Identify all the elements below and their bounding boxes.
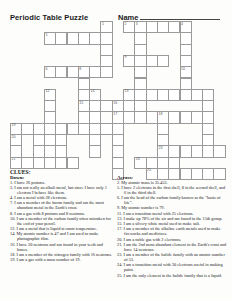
page-title: Periodic Table Puzzle (10, 13, 88, 22)
crossword-cell[interactable] (89, 145, 101, 157)
clue-item-text: I am a member of the carbon family often… (16, 216, 111, 226)
crossword-cell[interactable] (134, 78, 146, 90)
clue-item-number: 16. (10, 242, 15, 247)
clue-item-number: 10. (10, 216, 15, 221)
clue-item-number: 11. (117, 211, 122, 216)
clue-item-number: 19. (10, 257, 15, 262)
clue-item-number: 12. (10, 226, 15, 231)
crossword-cell[interactable] (100, 66, 112, 78)
clue-item-text: I make up 78% of the air and am found in… (123, 216, 222, 221)
clue-item-number: 3. (10, 185, 13, 190)
clue-item-text: I am a noble gas with 2 electrons. (123, 237, 181, 242)
clue-number: 18 (158, 112, 162, 116)
clue-item-number: 13. (117, 216, 122, 221)
clue-item-text: I am a member of the nitrogen family wit… (16, 252, 112, 257)
clue-number: 10 (181, 67, 185, 71)
crossword-cell[interactable] (213, 145, 225, 157)
crossword-cell[interactable] (202, 134, 214, 146)
clue-item-text: I am a member of the halide family with … (123, 252, 225, 262)
clue-number: 15 (79, 101, 83, 105)
clue-item-number: 18. (10, 252, 15, 257)
clue-number: 12 (45, 89, 49, 93)
clue-item-number: 20. (117, 237, 122, 242)
clues-across-column: Across: 2.My atomic mass is 35.453.5.I h… (117, 175, 227, 279)
clue-number: 16 (113, 101, 117, 105)
crossword-cell[interactable] (157, 55, 169, 67)
crossword-cell[interactable] (67, 157, 79, 169)
clue-number: 17 (113, 112, 117, 116)
clue-item-text: I am a metal with 28 electrons. (14, 195, 67, 200)
clue-item-text: My atomic number is 79. (121, 205, 164, 210)
clue-item-text: My atomic number is 47 and I am used to … (16, 231, 98, 241)
clue-item-number: 6. (117, 195, 120, 200)
clue-item-text: I am a silvery white metal used to make … (123, 221, 200, 226)
clue-number: 20 (12, 135, 16, 139)
clue-item-text: I have 2 electrons in the first shell, 8… (121, 185, 225, 195)
clue-number: 23 (158, 146, 162, 150)
crossword-cell[interactable] (55, 145, 67, 157)
down-clue-list: 1.I have 26 protons.3.I am not really an… (10, 181, 114, 263)
clue-number: 24 (136, 157, 140, 161)
clue-number: 19 (12, 123, 16, 127)
clue-item-number: 1. (10, 180, 13, 185)
clue-item: 19.I am a gas with a mass number of 19. (10, 258, 114, 263)
worksheet: Periodic Table Puzzle Name 2345968131516… (0, 0, 232, 300)
crossword-cell[interactable] (33, 145, 45, 157)
clue-item-number: 21. (117, 242, 122, 247)
crossword-cell[interactable] (157, 134, 169, 146)
clue-number: 5 (45, 33, 47, 37)
crossword-cell[interactable] (44, 111, 56, 123)
clue-item-text: My atomic mass is 35.453. (121, 180, 167, 185)
crossword-cell[interactable] (202, 100, 214, 112)
clue-item: 25.I am the only element in the halide f… (117, 274, 227, 279)
clue-item-number: 9. (117, 205, 120, 210)
clue-item-text: I am the 2nd most abundant element in th… (123, 242, 226, 252)
clue-item-text: I am a transition metal with 25 electron… (123, 211, 193, 216)
clue-number: 1 (102, 22, 104, 26)
clue-item-number: 2. (117, 180, 120, 185)
clue-item-number: 14. (10, 231, 15, 236)
clue-item-number: 15. (117, 221, 122, 226)
crossword-cell[interactable] (10, 145, 22, 157)
crossword-cell[interactable]: 14 (89, 89, 101, 101)
clue-number: 4 (181, 22, 183, 26)
clue-item-number: 7. (10, 200, 13, 205)
crossword-cell[interactable] (180, 78, 192, 90)
clue-item-text: I have 26 protons. (14, 180, 45, 185)
crossword-cell[interactable]: 1 (100, 21, 112, 33)
clue-number: 8 (79, 67, 81, 71)
clue-item-text: I am the head of the carbon family known… (121, 195, 220, 205)
clue-number: 21 (12, 157, 16, 161)
clue-item-text: I am not really an alkali metal, but sin… (14, 185, 107, 195)
clue-item-number: 24. (117, 262, 122, 267)
clue-item-text: I have 20 neutrons and am found in your … (16, 242, 103, 252)
clue-item-text: I am a member of the boron family and am… (14, 200, 104, 210)
clue-item-text: I am a gas with 8 protons and 8 neutrons… (14, 211, 85, 216)
crossword-cell[interactable] (89, 111, 101, 123)
name-field-line[interactable] (140, 12, 220, 20)
worksheet-page: { "game": "crossword (Periodic Table Puz… (0, 0, 232, 300)
clue-number: 6 (45, 67, 47, 71)
clue-number: 9 (125, 55, 127, 59)
clue-item-number: 5. (117, 185, 120, 190)
clue-item-text: I am a member of the alkaline earth meta… (123, 226, 220, 236)
clue-item-text: I am a gas with a mass number of 19. (16, 257, 80, 262)
clue-number: 2 (125, 22, 127, 26)
clue-item-number: 25. (117, 273, 122, 278)
clue-item-text: I am the only element in the halide fami… (123, 273, 222, 278)
clue-item-number: 8. (10, 211, 13, 216)
clue-item-text: I am a transition metal with 30 electron… (123, 262, 222, 272)
clue-number: 25 (147, 168, 151, 172)
clues-down-column: CLUES: Down: 1.I have 26 protons.3.I am … (10, 169, 114, 263)
clue-item-text: I am a metal that is liquid at room temp… (16, 226, 97, 231)
clue-item-number: 17. (117, 226, 122, 231)
clue-number: 3 (136, 22, 138, 26)
clue-item-number: 4. (10, 195, 13, 200)
across-clue-list: 2.My atomic mass is 35.453.5.I have 2 el… (117, 181, 227, 279)
crossword-cell[interactable] (134, 44, 146, 56)
clue-number: 13 (125, 89, 129, 93)
clue-item-number: 23. (117, 252, 122, 257)
crossword-cell[interactable] (100, 55, 112, 67)
clue-number: 14 (91, 89, 95, 93)
